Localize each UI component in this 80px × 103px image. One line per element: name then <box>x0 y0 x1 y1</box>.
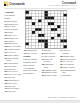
cell-number: 22 <box>39 22 40 23</box>
cell-number: 10 <box>61 11 62 12</box>
cell-number: 47 <box>42 43 43 44</box>
cell-number: 35 <box>26 34 27 35</box>
cell-number: 39 <box>26 37 27 38</box>
cell-number: 3 <box>35 11 36 12</box>
logo-grid-icon <box>4 2 8 6</box>
clues-column-first: ACROSS1 Gemstone6 Sofa11 Opera solo12 Wa… <box>4 11 23 94</box>
cell-number: 9 <box>58 11 59 12</box>
cell-number: 51 <box>48 45 49 46</box>
clues-columns-lower: 45 Fishing pole46 Cozy retreatDOWN1 Scar… <box>23 50 76 96</box>
page-subtitle: Free printable crossword puzzle <box>48 5 76 7</box>
cell-number: 28 <box>26 28 27 29</box>
cell-number: 42 <box>26 40 27 41</box>
cell-number: 20 <box>26 22 27 23</box>
clue-down-6: 6 Uncooked <box>23 72 39 75</box>
cell-number: 15 <box>64 17 65 18</box>
cell-number: 40 <box>54 37 55 38</box>
cell-number: 2 <box>32 11 33 12</box>
cell-number: 36 <box>32 34 33 35</box>
cell-number: 14 <box>54 17 55 18</box>
printable-page: Crosswords Crossword Free printable cros… <box>0 0 80 100</box>
cell-number: 26 <box>48 25 49 26</box>
cell-number: 23 <box>54 22 55 23</box>
cell-number: 4 <box>39 11 40 12</box>
crossword-grid: 1234567891011121314151617181920212223242… <box>25 11 67 49</box>
clue-down-24: 24 Mineral deposit <box>60 50 76 55</box>
cell-number: 17 <box>29 20 30 21</box>
cell-number: 29 <box>42 28 43 29</box>
clue-across-43: 43 Lion's lair <box>4 90 23 92</box>
cell-number: 32 <box>35 31 36 32</box>
site-logo[interactable]: Crosswords <box>4 2 25 6</box>
down-header: DOWN <box>23 55 39 57</box>
grid-cell-r13c13-black <box>64 45 67 48</box>
clue-down-15: 15 Compass point <box>42 63 58 68</box>
cell-number: 38 <box>61 34 62 35</box>
cell-number: 7 <box>51 11 52 12</box>
cell-number: 27 <box>61 25 62 26</box>
clue-down-44: 44 Crimson <box>60 74 76 76</box>
cell-number: 18 <box>42 20 43 21</box>
cell-number: 8 <box>54 11 55 12</box>
cell-number: 48 <box>48 43 49 44</box>
cell-number: 30 <box>58 28 59 29</box>
cell-number: 1 <box>29 11 30 12</box>
cell-number: 49 <box>61 43 62 44</box>
clue-down-10: 10 Make an attempt <box>42 58 58 63</box>
clue-across-29: 29 Cool summer drink <box>4 57 23 62</box>
logo-text: Crosswords <box>9 2 24 5</box>
cell-number: 25 <box>32 25 33 26</box>
cell-number: 37 <box>45 34 46 35</box>
cell-number: 6 <box>48 11 49 12</box>
clue-down-41: 41 Neighborhood pub <box>60 69 76 74</box>
cell-number: 33 <box>51 31 52 32</box>
page-header: Crosswords Crossword Free printable cros… <box>4 1 76 8</box>
cell-number: 5 <box>42 11 43 12</box>
cell-number: 43 <box>48 40 49 41</box>
cell-number: 44 <box>51 40 52 41</box>
cell-number: 45 <box>29 43 30 44</box>
cell-number: 34 <box>54 31 55 32</box>
cell-number: 24 <box>26 25 27 26</box>
cell-number: 41 <box>58 37 59 38</box>
across-header: ACROSS <box>4 11 23 13</box>
title-block: Crossword Free printable crossword puzzl… <box>48 1 76 6</box>
footer-copyright: Copyright © Crossword Puzzles <box>47 96 75 98</box>
cell-number: 31 <box>26 31 27 32</box>
cell-number: 16 <box>26 20 27 21</box>
cell-number: 46 <box>39 43 40 44</box>
cell-number: 19 <box>45 20 46 21</box>
page-edge <box>0 100 80 103</box>
cell-number: 21 <box>35 22 36 23</box>
cell-number: 50 <box>26 45 27 46</box>
cell-number: 11 <box>26 14 27 15</box>
cell-number: 12 <box>48 14 49 15</box>
cell-number: 13 <box>32 17 33 18</box>
clue-down-19: 19 Beam of light <box>42 74 58 76</box>
